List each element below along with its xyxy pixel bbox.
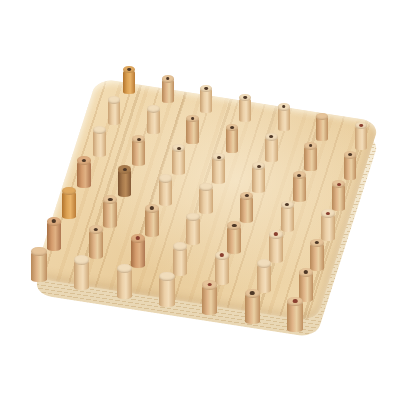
peg-top-face — [159, 272, 174, 282]
peg-hole-dot — [257, 165, 261, 168]
peg-r4c5[interactable] — [269, 230, 283, 263]
peg-r4c6[interactable] — [310, 239, 324, 272]
peg-r3c2[interactable] — [159, 174, 173, 206]
peg-r6c4[interactable] — [202, 280, 217, 315]
peg-r1c0[interactable] — [108, 96, 121, 125]
peg-body — [93, 130, 106, 156]
peg-r6c3[interactable] — [159, 272, 174, 307]
peg-hole-dot — [137, 138, 141, 141]
peg-top-face — [147, 105, 160, 113]
peg-r6c6[interactable] — [287, 297, 302, 332]
peg-r0c5[interactable] — [316, 113, 328, 141]
peg-r4c2[interactable] — [145, 204, 159, 237]
peg-hole-dot — [293, 299, 298, 303]
peg-r5c1[interactable] — [89, 225, 104, 259]
peg-hole-dot — [250, 291, 255, 295]
peg-body — [31, 251, 46, 282]
peg-body — [316, 116, 328, 140]
peg-hole-dot — [217, 156, 221, 159]
peg-body — [199, 187, 213, 214]
peg-hole-dot — [243, 96, 247, 99]
peg-hole-dot — [269, 135, 273, 138]
peg-hole-dot — [52, 219, 56, 223]
peg-r0c3[interactable] — [239, 94, 251, 122]
peg-r3c3[interactable] — [199, 183, 213, 215]
peg-hole-dot — [220, 253, 224, 257]
peg-r4c0[interactable] — [62, 187, 76, 220]
peg-top-face — [117, 264, 132, 274]
peg-body — [62, 191, 76, 219]
peg-r3c1[interactable] — [118, 165, 132, 197]
peg-body — [186, 118, 199, 143]
peg-body — [200, 88, 212, 112]
peg-body — [186, 217, 200, 245]
peg-body — [226, 127, 239, 152]
peg-hole-dot — [304, 270, 308, 274]
peg-r1c1[interactable] — [147, 105, 160, 134]
peg-hole-dot — [127, 68, 131, 71]
peg-hole-dot — [207, 283, 212, 287]
peg-top-face — [159, 174, 173, 183]
peg-body — [123, 70, 135, 94]
peg-r6c1[interactable] — [74, 255, 89, 290]
peg-hole-dot — [94, 228, 98, 232]
peg-r1c4[interactable] — [265, 133, 278, 162]
peg-top-face — [74, 255, 89, 265]
peg-r2c3[interactable] — [212, 153, 225, 183]
peg-r3c6[interactable] — [321, 209, 335, 241]
peg-hole-dot — [205, 87, 209, 90]
peg-r4c3[interactable] — [186, 213, 200, 246]
peg-top-face — [31, 247, 46, 257]
peg-r1c6[interactable] — [344, 151, 357, 180]
peg-r1c3[interactable] — [226, 124, 239, 153]
peg-r3c5[interactable] — [281, 201, 295, 233]
peg-body — [252, 166, 265, 192]
peg-r3c0[interactable] — [77, 156, 91, 188]
peg-body — [287, 301, 302, 332]
peg-body — [172, 148, 185, 174]
peg-body — [159, 276, 174, 307]
peg-r6c0[interactable] — [31, 247, 46, 282]
peg-r6c5[interactable] — [245, 289, 260, 324]
peg-hole-dot — [166, 77, 170, 80]
peg-r0c6[interactable] — [355, 122, 367, 150]
peg-body — [212, 157, 225, 183]
peg-r0c0[interactable] — [123, 66, 135, 94]
peg-r2c0[interactable] — [93, 126, 106, 156]
peg-r6c2[interactable] — [117, 264, 132, 299]
peg-body — [89, 230, 104, 259]
peg-r2c1[interactable] — [132, 135, 145, 165]
peg-body — [293, 175, 306, 201]
peg-top-face — [108, 96, 121, 104]
peg-r0c1[interactable] — [162, 75, 174, 103]
peg-body — [239, 98, 251, 122]
peg-r2c4[interactable] — [252, 162, 265, 192]
peg-body — [173, 247, 188, 276]
peg-r5c0[interactable] — [47, 217, 62, 251]
peg-r4c4[interactable] — [227, 221, 241, 254]
peg-r2c5[interactable] — [293, 171, 306, 201]
peg-hole-dot — [230, 126, 234, 129]
peg-r0c2[interactable] — [200, 85, 212, 113]
peg-r5c2[interactable] — [131, 234, 146, 268]
peg-r2c6[interactable] — [332, 180, 345, 210]
peg-hole-dot — [191, 117, 195, 120]
peg-r2c2[interactable] — [172, 144, 185, 174]
peg-hole-dot — [282, 105, 286, 108]
peg-body — [132, 139, 145, 165]
peg-r0c4[interactable] — [278, 103, 290, 131]
peg-hole-dot — [136, 236, 140, 240]
peg-r1c2[interactable] — [186, 115, 199, 144]
peg-hole-dot — [309, 144, 313, 147]
peg-body — [332, 184, 345, 210]
peg-body — [355, 126, 367, 150]
peg-hole-dot — [177, 147, 181, 150]
peg-r3c4[interactable] — [240, 192, 254, 224]
peg-r5c3[interactable] — [173, 242, 188, 276]
peg-hole-dot — [348, 153, 352, 156]
peg-board-photo — [0, 0, 400, 400]
peg-hole-dot — [337, 183, 341, 186]
peg-r1c5[interactable] — [304, 142, 317, 171]
peg-hole-dot — [297, 174, 301, 177]
peg-hole-dot — [359, 124, 363, 127]
peg-r4c1[interactable] — [103, 195, 117, 228]
